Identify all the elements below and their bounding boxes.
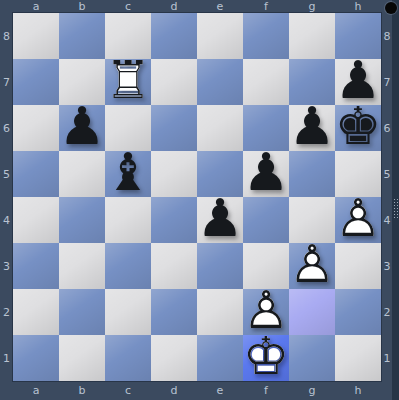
square-e6[interactable]: [197, 105, 243, 151]
square-c3[interactable]: [105, 243, 151, 289]
square-h4[interactable]: ♟♙: [335, 197, 381, 243]
file-label-a: a: [13, 0, 59, 13]
square-g2[interactable]: [289, 289, 335, 335]
square-b8[interactable]: [59, 13, 105, 59]
square-e3[interactable]: [197, 243, 243, 289]
square-c2[interactable]: [105, 289, 151, 335]
file-label-d: d: [151, 0, 197, 13]
square-h2[interactable]: [335, 289, 381, 335]
square-e2[interactable]: [197, 289, 243, 335]
square-c7[interactable]: ♜♖: [105, 59, 151, 105]
white-pawn[interactable]: ♟♙: [335, 197, 381, 243]
file-label-c: c: [105, 0, 151, 13]
square-b5[interactable]: [59, 151, 105, 197]
rank-label-1: 1: [0, 335, 13, 381]
square-d1[interactable]: [151, 335, 197, 381]
file-label-b: b: [59, 381, 105, 400]
square-d5[interactable]: [151, 151, 197, 197]
file-labels-top: abcdefgh: [13, 0, 381, 13]
rank-label-8: 8: [0, 13, 13, 59]
square-f4[interactable]: [243, 197, 289, 243]
file-label-e: e: [197, 0, 243, 13]
square-d7[interactable]: [151, 59, 197, 105]
square-d3[interactable]: [151, 243, 197, 289]
file-label-h: h: [335, 381, 381, 400]
square-d6[interactable]: [151, 105, 197, 151]
square-a1[interactable]: [13, 335, 59, 381]
square-g3[interactable]: ♟♙: [289, 243, 335, 289]
square-f7[interactable]: [243, 59, 289, 105]
panel-splitter: [392, 0, 399, 400]
file-label-f: f: [243, 0, 289, 13]
rank-labels-left: 87654321: [0, 13, 13, 381]
rank-label-5: 5: [0, 151, 13, 197]
file-label-e: e: [197, 381, 243, 400]
white-pawn[interactable]: ♟♙: [289, 243, 335, 289]
square-h1[interactable]: [335, 335, 381, 381]
square-e1[interactable]: [197, 335, 243, 381]
file-label-d: d: [151, 381, 197, 400]
splitter-grip-icon[interactable]: [393, 198, 399, 218]
black-pawn[interactable]: ♟: [243, 151, 289, 197]
black-king[interactable]: ♚: [335, 105, 381, 151]
square-b3[interactable]: [59, 243, 105, 289]
file-labels-bottom: abcdefgh: [13, 381, 381, 400]
white-king[interactable]: ♚♔: [243, 335, 289, 381]
square-b4[interactable]: [59, 197, 105, 243]
square-d4[interactable]: [151, 197, 197, 243]
black-pawn[interactable]: ♟: [197, 197, 243, 243]
square-d8[interactable]: [151, 13, 197, 59]
square-b1[interactable]: [59, 335, 105, 381]
chess-board[interactable]: ♜♖♟♟♟♚♝♟♟♟♙♟♙♟♙♚♔: [13, 13, 381, 381]
rank-label-2: 2: [0, 289, 13, 335]
rank-label-4: 4: [0, 197, 13, 243]
square-c1[interactable]: [105, 335, 151, 381]
square-d2[interactable]: [151, 289, 197, 335]
square-h6[interactable]: ♚: [335, 105, 381, 151]
square-a4[interactable]: [13, 197, 59, 243]
square-g6[interactable]: ♟: [289, 105, 335, 151]
rank-label-7: 7: [0, 59, 13, 105]
black-pawn[interactable]: ♟: [289, 105, 335, 151]
square-e7[interactable]: [197, 59, 243, 105]
rank-label-3: 3: [0, 243, 13, 289]
black-to-move-indicator-icon: [385, 2, 397, 14]
square-e4[interactable]: ♟: [197, 197, 243, 243]
square-c5[interactable]: ♝: [105, 151, 151, 197]
square-g5[interactable]: [289, 151, 335, 197]
rank-label-6: 6: [0, 105, 13, 151]
square-f5[interactable]: ♟: [243, 151, 289, 197]
square-a2[interactable]: [13, 289, 59, 335]
chess-board-panel: abcdefgh abcdefgh 87654321 87654321 ♜♖♟♟…: [0, 0, 399, 400]
square-f8[interactable]: [243, 13, 289, 59]
square-e8[interactable]: [197, 13, 243, 59]
square-b6[interactable]: ♟: [59, 105, 105, 151]
white-rook[interactable]: ♜♖: [105, 59, 151, 105]
file-label-c: c: [105, 381, 151, 400]
square-a6[interactable]: [13, 105, 59, 151]
square-a7[interactable]: [13, 59, 59, 105]
square-h3[interactable]: [335, 243, 381, 289]
file-label-g: g: [289, 381, 335, 400]
black-bishop[interactable]: ♝: [105, 151, 151, 197]
square-g8[interactable]: [289, 13, 335, 59]
square-a3[interactable]: [13, 243, 59, 289]
square-c4[interactable]: [105, 197, 151, 243]
square-f1[interactable]: ♚♔: [243, 335, 289, 381]
square-a8[interactable]: [13, 13, 59, 59]
file-label-g: g: [289, 0, 335, 13]
square-b2[interactable]: [59, 289, 105, 335]
black-pawn[interactable]: ♟: [59, 105, 105, 151]
square-g1[interactable]: [289, 335, 335, 381]
file-label-a: a: [13, 381, 59, 400]
square-a5[interactable]: [13, 151, 59, 197]
file-label-h: h: [335, 0, 381, 13]
file-label-b: b: [59, 0, 105, 13]
